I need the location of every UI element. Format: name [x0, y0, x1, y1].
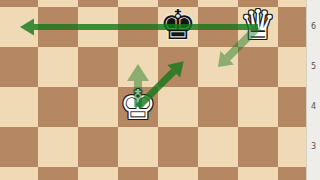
square-e3[interactable]	[158, 127, 198, 167]
square-a7[interactable]	[0, 0, 38, 7]
square-e2[interactable]	[158, 167, 198, 180]
square-a3[interactable]	[0, 127, 38, 167]
rank-coordinates-panel: 6543	[306, 0, 320, 180]
square-f3[interactable]	[198, 127, 238, 167]
square-g2[interactable]	[238, 167, 278, 180]
rank-label-5: 5	[307, 62, 320, 72]
square-e4[interactable]	[158, 87, 198, 127]
square-b7[interactable]	[38, 0, 78, 7]
square-a5[interactable]	[0, 47, 38, 87]
square-g4[interactable]	[238, 87, 278, 127]
square-d3[interactable]	[118, 127, 158, 167]
piece-white-king-d4[interactable]: ♚	[120, 85, 157, 126]
square-c3[interactable]	[78, 127, 118, 167]
square-g3[interactable]	[238, 127, 278, 167]
square-c5[interactable]	[78, 47, 118, 87]
square-b5[interactable]	[38, 47, 78, 87]
square-b4[interactable]	[38, 87, 78, 127]
square-d7[interactable]	[118, 0, 158, 7]
chess-video-frame: 6543 ♚♛♚	[0, 0, 320, 180]
square-f6[interactable]	[198, 7, 238, 47]
square-e5[interactable]	[158, 47, 198, 87]
square-b2[interactable]	[38, 167, 78, 180]
square-f7[interactable]	[198, 0, 238, 7]
square-d2[interactable]	[118, 167, 158, 180]
piece-white-queen-g6[interactable]: ♛	[240, 5, 277, 46]
square-a6[interactable]	[0, 7, 38, 47]
square-a2[interactable]	[0, 167, 38, 180]
rank-label-6: 6	[307, 22, 320, 32]
square-c4[interactable]	[78, 87, 118, 127]
rank-label-3: 3	[307, 142, 320, 152]
piece-black-king-e6[interactable]: ♚	[160, 5, 197, 46]
square-b3[interactable]	[38, 127, 78, 167]
square-c7[interactable]	[78, 0, 118, 7]
square-c2[interactable]	[78, 167, 118, 180]
square-g5[interactable]	[238, 47, 278, 87]
square-f5[interactable]	[198, 47, 238, 87]
square-b6[interactable]	[38, 7, 78, 47]
rank-label-4: 4	[307, 102, 320, 112]
square-f2[interactable]	[198, 167, 238, 180]
square-c6[interactable]	[78, 7, 118, 47]
square-d6[interactable]	[118, 7, 158, 47]
square-a4[interactable]	[0, 87, 38, 127]
square-f4[interactable]	[198, 87, 238, 127]
